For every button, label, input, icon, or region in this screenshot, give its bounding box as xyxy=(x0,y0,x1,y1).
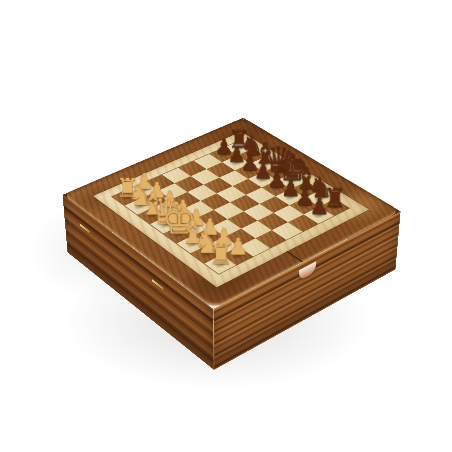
piece-glyph: ♟ xyxy=(309,196,329,218)
chess-box: ♜♟♟♜♞♟♟♞♝♟♟♝♛♟♟♛♚♟♟♚♝♟♟♝♞♟♟♞♜♟♟♜ xyxy=(63,118,401,309)
pieces-layer: ♜♟♟♜♞♟♟♞♝♟♟♝♛♟♟♛♚♟♟♚♝♟♟♝♞♟♟♞♜♟♟♜ xyxy=(112,141,349,274)
perspective-wrapper: ♜♟♟♜♞♟♟♞♝♟♟♝♛♟♟♛♚♟♟♚♝♟♟♝♞♟♟♞♜♟♟♜ xyxy=(110,83,350,323)
piece-glyph: ♜ xyxy=(208,240,233,268)
lid-seam-top xyxy=(286,251,303,262)
product-photo-scene: ♜♟♟♜♞♟♟♞♝♟♟♝♛♟♟♛♚♟♟♚♝♟♟♝♞♟♟♞♜♟♟♜ xyxy=(0,0,452,452)
finger-notch xyxy=(299,261,317,281)
